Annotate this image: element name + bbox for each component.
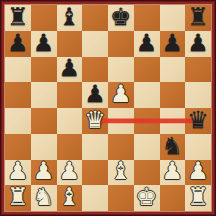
square-b7[interactable]: ♟: [31, 31, 57, 57]
square-h1[interactable]: ♜: [185, 185, 211, 211]
square-f6[interactable]: [134, 57, 160, 83]
square-f5[interactable]: [134, 82, 160, 108]
square-e7[interactable]: [108, 31, 134, 57]
piece-black-rook[interactable]: ♜: [187, 5, 209, 29]
square-d6[interactable]: [82, 57, 108, 83]
square-h4[interactable]: ♛: [185, 108, 211, 134]
square-a6[interactable]: [5, 57, 31, 83]
square-b1[interactable]: ♞: [31, 185, 57, 211]
square-g1[interactable]: [160, 185, 186, 211]
square-g8[interactable]: [160, 5, 186, 31]
square-g4[interactable]: [160, 108, 186, 134]
square-f4[interactable]: [134, 108, 160, 134]
square-e1[interactable]: [108, 185, 134, 211]
board-grid: ♜♝♚♜♟♟♟♟♟♟♟♟♛♛♞♟♟♟♝♟♟♜♞♝♚♜: [5, 5, 211, 211]
piece-white-bishop[interactable]: ♝: [59, 185, 81, 209]
square-b6[interactable]: [31, 57, 57, 83]
square-h5[interactable]: [185, 82, 211, 108]
piece-white-pawn[interactable]: ♟: [7, 159, 29, 183]
square-b8[interactable]: [31, 5, 57, 31]
piece-black-king[interactable]: ♚: [110, 5, 132, 29]
piece-white-pawn[interactable]: ♟: [162, 159, 184, 183]
square-c8[interactable]: ♝: [57, 5, 83, 31]
square-c4[interactable]: [57, 108, 83, 134]
square-e4[interactable]: [108, 108, 134, 134]
square-c3[interactable]: [57, 134, 83, 160]
square-d1[interactable]: [82, 185, 108, 211]
square-a7[interactable]: ♟: [5, 31, 31, 57]
square-h7[interactable]: ♟: [185, 31, 211, 57]
piece-black-pawn[interactable]: ♟: [33, 31, 55, 55]
square-f2[interactable]: [134, 160, 160, 186]
piece-black-pawn[interactable]: ♟: [187, 31, 209, 55]
square-h2[interactable]: ♟: [185, 160, 211, 186]
square-d7[interactable]: [82, 31, 108, 57]
square-e8[interactable]: ♚: [108, 5, 134, 31]
square-f3[interactable]: [134, 134, 160, 160]
square-c1[interactable]: ♝: [57, 185, 83, 211]
piece-black-queen[interactable]: ♛: [187, 108, 209, 132]
square-b4[interactable]: [31, 108, 57, 134]
square-a2[interactable]: ♟: [5, 160, 31, 186]
square-g2[interactable]: ♟: [160, 160, 186, 186]
square-f1[interactable]: ♚: [134, 185, 160, 211]
square-c5[interactable]: [57, 82, 83, 108]
piece-white-queen[interactable]: ♛: [84, 108, 106, 132]
square-e6[interactable]: [108, 57, 134, 83]
square-d8[interactable]: [82, 5, 108, 31]
square-f8[interactable]: [134, 5, 160, 31]
piece-black-pawn[interactable]: ♟: [162, 31, 184, 55]
square-h3[interactable]: [185, 134, 211, 160]
chess-board: ♜♝♚♜♟♟♟♟♟♟♟♟♛♛♞♟♟♟♝♟♟♜♞♝♚♜: [0, 0, 216, 216]
square-a3[interactable]: [5, 134, 31, 160]
piece-white-pawn[interactable]: ♟: [59, 159, 81, 183]
piece-white-king[interactable]: ♚: [136, 185, 158, 209]
square-g5[interactable]: [160, 82, 186, 108]
square-a4[interactable]: [5, 108, 31, 134]
square-d5[interactable]: ♟: [82, 82, 108, 108]
square-h8[interactable]: ♜: [185, 5, 211, 31]
square-b5[interactable]: [31, 82, 57, 108]
piece-white-rook[interactable]: ♜: [187, 185, 209, 209]
square-e3[interactable]: [108, 134, 134, 160]
piece-white-bishop[interactable]: ♝: [110, 159, 132, 183]
piece-black-pawn[interactable]: ♟: [7, 31, 29, 55]
square-e5[interactable]: ♟: [108, 82, 134, 108]
square-c2[interactable]: ♟: [57, 160, 83, 186]
square-b3[interactable]: [31, 134, 57, 160]
square-g6[interactable]: [160, 57, 186, 83]
square-c6[interactable]: ♟: [57, 57, 83, 83]
piece-white-knight[interactable]: ♞: [33, 185, 55, 209]
square-a8[interactable]: ♜: [5, 5, 31, 31]
square-g7[interactable]: ♟: [160, 31, 186, 57]
piece-white-pawn[interactable]: ♟: [110, 82, 132, 106]
square-a5[interactable]: [5, 82, 31, 108]
piece-white-pawn[interactable]: ♟: [33, 159, 55, 183]
piece-white-rook[interactable]: ♜: [7, 185, 29, 209]
piece-black-pawn[interactable]: ♟: [136, 31, 158, 55]
piece-black-rook[interactable]: ♜: [7, 5, 29, 29]
piece-black-pawn[interactable]: ♟: [59, 56, 81, 80]
square-b2[interactable]: ♟: [31, 160, 57, 186]
square-h6[interactable]: [185, 57, 211, 83]
square-d3[interactable]: [82, 134, 108, 160]
piece-black-pawn[interactable]: ♟: [84, 82, 106, 106]
square-c7[interactable]: [57, 31, 83, 57]
square-f7[interactable]: ♟: [134, 31, 160, 57]
piece-white-pawn[interactable]: ♟: [187, 159, 209, 183]
square-d4[interactable]: ♛: [82, 108, 108, 134]
square-g3[interactable]: ♞: [160, 134, 186, 160]
piece-black-bishop[interactable]: ♝: [59, 5, 81, 29]
piece-black-knight[interactable]: ♞: [162, 134, 184, 158]
square-d2[interactable]: [82, 160, 108, 186]
square-e2[interactable]: ♝: [108, 160, 134, 186]
square-a1[interactable]: ♜: [5, 185, 31, 211]
